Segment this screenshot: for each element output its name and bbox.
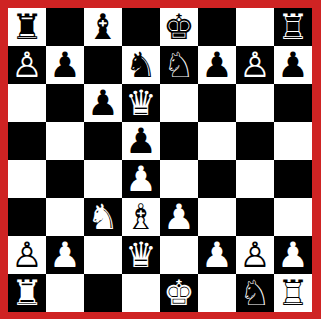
- square-g8[interactable]: [236, 8, 274, 46]
- square-d2[interactable]: ♛: [122, 236, 160, 274]
- piece-black-pawn[interactable]: ♟: [87, 84, 118, 122]
- square-c4[interactable]: [84, 160, 122, 198]
- square-h5[interactable]: [274, 122, 312, 160]
- square-a4[interactable]: [8, 160, 46, 198]
- square-d7[interactable]: ♞: [122, 46, 160, 84]
- board-frame: ♜♝♚♖♙♟♞♘♟♙♟♟♛♟♟♞♗♟♙♟♛♟♙♟♜♚♘♖: [0, 0, 321, 319]
- square-d4[interactable]: ♟: [122, 160, 160, 198]
- square-h7[interactable]: ♟: [274, 46, 312, 84]
- square-b4[interactable]: [46, 160, 84, 198]
- square-g2[interactable]: ♙: [236, 236, 274, 274]
- square-f4[interactable]: [198, 160, 236, 198]
- piece-white-queen[interactable]: ♛: [125, 236, 156, 274]
- piece-white-pawn[interactable]: ♟: [277, 236, 308, 274]
- square-f5[interactable]: [198, 122, 236, 160]
- square-f7[interactable]: ♟: [198, 46, 236, 84]
- square-d6[interactable]: ♛: [122, 84, 160, 122]
- square-h3[interactable]: [274, 198, 312, 236]
- piece-black-bishop[interactable]: ♝: [87, 8, 118, 46]
- square-g6[interactable]: [236, 84, 274, 122]
- square-a2[interactable]: ♙: [8, 236, 46, 274]
- piece-black-knight[interactable]: ♞: [125, 46, 156, 84]
- square-b8[interactable]: [46, 8, 84, 46]
- chess-board: ♜♝♚♖♙♟♞♘♟♙♟♟♛♟♟♞♗♟♙♟♛♟♙♟♜♚♘♖: [8, 8, 312, 312]
- square-h4[interactable]: [274, 160, 312, 198]
- piece-black-pawn[interactable]: ♟: [277, 46, 308, 84]
- square-d1[interactable]: [122, 274, 160, 312]
- piece-white-pawn[interactable]: ♙: [239, 236, 270, 274]
- square-b6[interactable]: [46, 84, 84, 122]
- square-c1[interactable]: [84, 274, 122, 312]
- square-f3[interactable]: [198, 198, 236, 236]
- square-e2[interactable]: [160, 236, 198, 274]
- square-d8[interactable]: [122, 8, 160, 46]
- square-c6[interactable]: ♟: [84, 84, 122, 122]
- square-a8[interactable]: ♜: [8, 8, 46, 46]
- square-c3[interactable]: ♞: [84, 198, 122, 236]
- square-b3[interactable]: [46, 198, 84, 236]
- square-c2[interactable]: [84, 236, 122, 274]
- piece-black-knight[interactable]: ♘: [163, 46, 194, 84]
- piece-black-knight[interactable]: ♘: [239, 274, 270, 312]
- square-f6[interactable]: [198, 84, 236, 122]
- piece-black-pawn[interactable]: ♟: [125, 122, 156, 160]
- square-b1[interactable]: [46, 274, 84, 312]
- square-e7[interactable]: ♘: [160, 46, 198, 84]
- square-a6[interactable]: [8, 84, 46, 122]
- square-b2[interactable]: ♟: [46, 236, 84, 274]
- piece-white-pawn[interactable]: ♙: [11, 236, 42, 274]
- square-e5[interactable]: [160, 122, 198, 160]
- square-g7[interactable]: ♙: [236, 46, 274, 84]
- piece-white-rook[interactable]: ♖: [277, 274, 308, 312]
- square-f1[interactable]: [198, 274, 236, 312]
- piece-white-pawn[interactable]: ♟: [163, 198, 194, 236]
- piece-white-bishop[interactable]: ♗: [125, 198, 156, 236]
- square-b5[interactable]: [46, 122, 84, 160]
- square-e3[interactable]: ♟: [160, 198, 198, 236]
- square-c5[interactable]: [84, 122, 122, 160]
- piece-white-pawn[interactable]: ♟: [201, 236, 232, 274]
- piece-white-queen[interactable]: ♛: [125, 84, 156, 122]
- square-d5[interactable]: ♟: [122, 122, 160, 160]
- square-h6[interactable]: [274, 84, 312, 122]
- square-c7[interactable]: [84, 46, 122, 84]
- square-h8[interactable]: ♖: [274, 8, 312, 46]
- square-a3[interactable]: [8, 198, 46, 236]
- square-c8[interactable]: ♝: [84, 8, 122, 46]
- square-g1[interactable]: ♘: [236, 274, 274, 312]
- piece-white-pawn[interactable]: ♟: [125, 160, 156, 198]
- piece-white-pawn[interactable]: ♟: [49, 236, 80, 274]
- piece-black-pawn[interactable]: ♟: [201, 46, 232, 84]
- square-b7[interactable]: ♟: [46, 46, 84, 84]
- piece-black-pawn[interactable]: ♟: [49, 46, 80, 84]
- square-h1[interactable]: ♖: [274, 274, 312, 312]
- square-f8[interactable]: [198, 8, 236, 46]
- piece-white-knight[interactable]: ♞: [87, 198, 118, 236]
- piece-white-king[interactable]: ♚: [163, 274, 194, 312]
- piece-black-pawn[interactable]: ♙: [11, 46, 42, 84]
- square-a7[interactable]: ♙: [8, 46, 46, 84]
- square-h2[interactable]: ♟: [274, 236, 312, 274]
- square-g3[interactable]: [236, 198, 274, 236]
- piece-black-king[interactable]: ♚: [163, 8, 194, 46]
- square-a1[interactable]: ♜: [8, 274, 46, 312]
- square-g5[interactable]: [236, 122, 274, 160]
- piece-black-pawn[interactable]: ♙: [239, 46, 270, 84]
- piece-black-rook[interactable]: ♖: [277, 8, 308, 46]
- square-d3[interactable]: ♗: [122, 198, 160, 236]
- square-e6[interactable]: [160, 84, 198, 122]
- piece-black-rook[interactable]: ♜: [11, 8, 42, 46]
- square-e1[interactable]: ♚: [160, 274, 198, 312]
- square-f2[interactable]: ♟: [198, 236, 236, 274]
- piece-white-rook[interactable]: ♜: [11, 274, 42, 312]
- square-e8[interactable]: ♚: [160, 8, 198, 46]
- square-a5[interactable]: [8, 122, 46, 160]
- square-e4[interactable]: [160, 160, 198, 198]
- square-g4[interactable]: [236, 160, 274, 198]
